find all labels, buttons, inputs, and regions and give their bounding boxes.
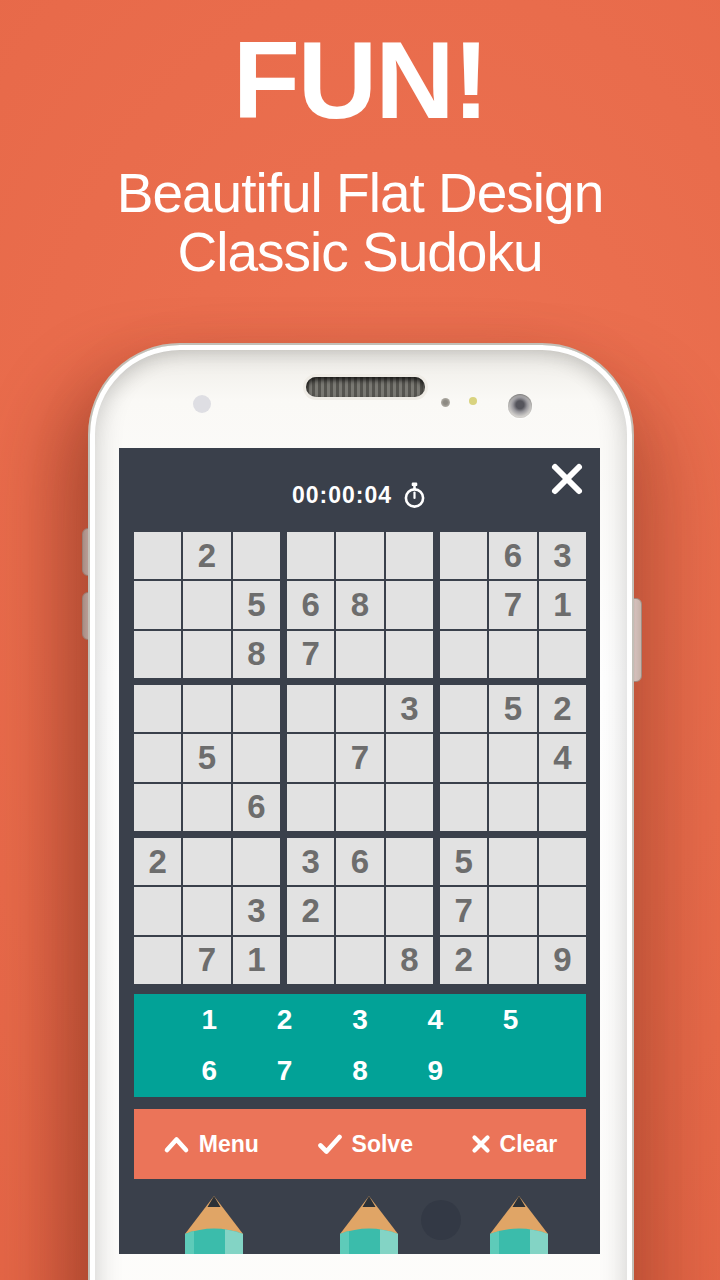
- numpad-digit-2[interactable]: 2: [277, 1004, 293, 1036]
- sudoku-cell[interactable]: 5: [233, 581, 280, 628]
- numpad-digit-5[interactable]: 5: [503, 1004, 519, 1036]
- sudoku-cell[interactable]: 3: [386, 685, 433, 732]
- sudoku-cell[interactable]: 1: [233, 937, 280, 984]
- sudoku-cell[interactable]: [440, 631, 487, 678]
- numpad-row: 12345: [134, 994, 586, 1046]
- sudoku-cell[interactable]: [489, 838, 536, 885]
- sudoku-box: 524: [440, 685, 586, 831]
- sudoku-cell[interactable]: 4: [539, 734, 586, 781]
- sudoku-cell[interactable]: 7: [183, 937, 230, 984]
- sudoku-cell[interactable]: [440, 685, 487, 732]
- numpad-digit-7[interactable]: 7: [277, 1055, 293, 1087]
- sudoku-cell[interactable]: [287, 784, 334, 831]
- sudoku-cell[interactable]: [336, 532, 383, 579]
- sudoku-cell[interactable]: [386, 838, 433, 885]
- sudoku-cell[interactable]: [489, 937, 536, 984]
- sudoku-box: 258: [134, 532, 280, 678]
- sudoku-cell[interactable]: [134, 887, 181, 934]
- sudoku-cell[interactable]: [183, 581, 230, 628]
- sudoku-cell[interactable]: [440, 581, 487, 628]
- sudoku-cell[interactable]: [233, 532, 280, 579]
- clear-button[interactable]: Clear: [471, 1131, 558, 1158]
- timer-group: 00:00:04: [119, 482, 600, 509]
- check-icon: [317, 1134, 343, 1155]
- sudoku-cell[interactable]: 8: [386, 937, 433, 984]
- stopwatch-icon: [402, 482, 427, 509]
- sudoku-box: 5729: [440, 838, 586, 984]
- sudoku-cell[interactable]: [287, 937, 334, 984]
- sudoku-cell[interactable]: 3: [539, 532, 586, 579]
- sudoku-cell[interactable]: [233, 838, 280, 885]
- numpad-row: 6789: [134, 1046, 586, 1098]
- sudoku-cell[interactable]: [539, 838, 586, 885]
- sudoku-cell[interactable]: [386, 631, 433, 678]
- headline: FUN!: [0, 0, 720, 140]
- sudoku-cell[interactable]: [336, 631, 383, 678]
- subtitle-line-2: Classic Sudoku: [0, 223, 720, 282]
- dark-circle: [421, 1200, 461, 1240]
- sudoku-cell[interactable]: [183, 838, 230, 885]
- sudoku-cell[interactable]: [336, 784, 383, 831]
- sudoku-cell[interactable]: 2: [539, 685, 586, 732]
- numpad-digit-9[interactable]: 9: [428, 1055, 444, 1087]
- sudoku-cell[interactable]: [287, 685, 334, 732]
- speaker-grille: [306, 377, 425, 397]
- sudoku-cell[interactable]: 9: [539, 937, 586, 984]
- sudoku-cell[interactable]: 2: [183, 532, 230, 579]
- chevron-up-icon: [163, 1135, 190, 1154]
- sudoku-box: 37: [287, 685, 433, 831]
- sudoku-cell[interactable]: [134, 685, 181, 732]
- sudoku-box: 687: [287, 532, 433, 678]
- numpad-digit-8[interactable]: 8: [352, 1055, 368, 1087]
- notification-led: [469, 397, 477, 405]
- sudoku-cell[interactable]: [336, 887, 383, 934]
- solve-button[interactable]: Solve: [317, 1131, 413, 1158]
- sudoku-cell[interactable]: [386, 581, 433, 628]
- sudoku-cell[interactable]: 6: [233, 784, 280, 831]
- sudoku-cell[interactable]: [134, 784, 181, 831]
- sudoku-cell[interactable]: [440, 784, 487, 831]
- sudoku-cell[interactable]: [386, 887, 433, 934]
- sudoku-cell[interactable]: [134, 581, 181, 628]
- front-camera: [508, 394, 532, 418]
- menu-button[interactable]: Menu: [163, 1131, 259, 1158]
- subtitle-line-1: Beautiful Flat Design: [0, 164, 720, 223]
- sudoku-cell[interactable]: 3: [287, 838, 334, 885]
- sudoku-cell[interactable]: [134, 532, 181, 579]
- sudoku-box: 56: [134, 685, 280, 831]
- timer-label: 00:00:04: [292, 482, 392, 509]
- hero-section: FUN! Beautiful Flat Design Classic Sudok…: [0, 0, 720, 282]
- sudoku-cell[interactable]: [440, 734, 487, 781]
- sudoku-cell[interactable]: [386, 532, 433, 579]
- sudoku-cell[interactable]: [489, 631, 536, 678]
- sudoku-cell[interactable]: 6: [287, 581, 334, 628]
- sudoku-cell[interactable]: [386, 734, 433, 781]
- sudoku-cell[interactable]: [440, 532, 487, 579]
- sudoku-cell[interactable]: [539, 887, 586, 934]
- sudoku-cell[interactable]: [287, 532, 334, 579]
- sudoku-cell[interactable]: 7: [336, 734, 383, 781]
- number-pad: 123456789: [134, 994, 586, 1097]
- sudoku-board: 25868763715637524237136285729: [134, 532, 586, 984]
- clear-label: Clear: [500, 1131, 558, 1158]
- pencil-icon[interactable]: [336, 1196, 402, 1254]
- close-icon: [549, 461, 585, 497]
- close-button[interactable]: [546, 458, 588, 500]
- sudoku-cell[interactable]: [183, 784, 230, 831]
- sudoku-cell[interactable]: 2: [287, 887, 334, 934]
- pencil-icon[interactable]: [181, 1196, 247, 1254]
- sudoku-cell[interactable]: [134, 937, 181, 984]
- sudoku-cell[interactable]: [183, 631, 230, 678]
- sudoku-cell[interactable]: 7: [440, 887, 487, 934]
- light-sensor: [441, 398, 450, 407]
- proximity-sensor: [193, 395, 211, 413]
- sudoku-cell[interactable]: [183, 887, 230, 934]
- sudoku-cell[interactable]: 5: [440, 838, 487, 885]
- sudoku-cell[interactable]: 2: [134, 838, 181, 885]
- sudoku-box: 3628: [287, 838, 433, 984]
- sudoku-cell[interactable]: [539, 784, 586, 831]
- sudoku-cell[interactable]: [233, 734, 280, 781]
- app-screen: 00:00:04 25868763715637524237136285729 1…: [119, 448, 600, 1254]
- sudoku-cell[interactable]: [183, 685, 230, 732]
- sudoku-cell[interactable]: [336, 685, 383, 732]
- sudoku-cell[interactable]: [489, 734, 536, 781]
- sudoku-box: 2371: [134, 838, 280, 984]
- sudoku-cell[interactable]: 7: [489, 581, 536, 628]
- sudoku-cell[interactable]: 6: [489, 532, 536, 579]
- sudoku-cell[interactable]: [233, 685, 280, 732]
- menu-label: Menu: [199, 1131, 259, 1158]
- sudoku-cell[interactable]: [134, 631, 181, 678]
- sudoku-cell[interactable]: 8: [233, 631, 280, 678]
- phone-mockup: 00:00:04 25868763715637524237136285729 1…: [88, 343, 634, 1280]
- sudoku-cell[interactable]: [336, 937, 383, 984]
- sudoku-cell[interactable]: 8: [336, 581, 383, 628]
- sudoku-cell[interactable]: [134, 734, 181, 781]
- pencil-icon[interactable]: [486, 1196, 552, 1254]
- x-icon: [471, 1134, 491, 1154]
- sudoku-cell[interactable]: [539, 631, 586, 678]
- sudoku-cell[interactable]: [489, 887, 536, 934]
- action-bar: Menu Solve Clear: [134, 1109, 586, 1179]
- numpad-digit-4[interactable]: 4: [428, 1004, 444, 1036]
- numpad-digit-3[interactable]: 3: [352, 1004, 368, 1036]
- sudoku-cell[interactable]: 1: [539, 581, 586, 628]
- numpad-digit-6[interactable]: 6: [202, 1055, 218, 1087]
- sudoku-cell[interactable]: 2: [440, 937, 487, 984]
- sudoku-cell[interactable]: 5: [489, 685, 536, 732]
- sudoku-cell[interactable]: 3: [233, 887, 280, 934]
- sudoku-cell[interactable]: [386, 784, 433, 831]
- sudoku-cell[interactable]: 5: [183, 734, 230, 781]
- sudoku-box: 6371: [440, 532, 586, 678]
- sudoku-cell[interactable]: 6: [336, 838, 383, 885]
- sudoku-cell[interactable]: 7: [287, 631, 334, 678]
- numpad-digit-1[interactable]: 1: [202, 1004, 218, 1036]
- solve-label: Solve: [352, 1131, 413, 1158]
- sudoku-cell[interactable]: [489, 784, 536, 831]
- sudoku-cell[interactable]: [287, 734, 334, 781]
